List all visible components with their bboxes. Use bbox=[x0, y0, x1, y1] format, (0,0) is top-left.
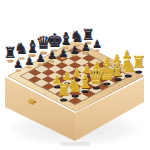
piece-glyph: ♟ bbox=[25, 56, 34, 68]
piece-black-pawn[interactable]: ♟ bbox=[47, 50, 56, 62]
piece-black-pawn[interactable]: ♟ bbox=[58, 47, 67, 59]
piece-black-pawn[interactable]: ♟ bbox=[81, 41, 90, 53]
piece-white-rook[interactable]: ♜ bbox=[57, 83, 72, 101]
piece-glyph: ♟ bbox=[70, 44, 79, 56]
watermark bbox=[60, 142, 90, 146]
chess-set-photo: ♜♞♝♛♚♝♞♜♟♟♟♟♟♟♟♟♟♟♟♟♟♟♟♟♜♞♝♛♚♝♞♜ bbox=[0, 0, 150, 150]
piece-black-pawn[interactable]: ♟ bbox=[92, 39, 101, 51]
piece-glyph: ♟ bbox=[58, 47, 67, 59]
piece-glyph: ♟ bbox=[36, 53, 45, 65]
piece-black-pawn[interactable]: ♟ bbox=[25, 56, 34, 68]
piece-glyph: ♟ bbox=[92, 39, 101, 51]
piece-glyph: ♟ bbox=[47, 50, 56, 62]
pieces-layer: ♜♞♝♛♚♝♞♜♟♟♟♟♟♟♟♟♟♟♟♟♟♟♟♟♜♞♝♛♚♝♞♜ bbox=[0, 0, 150, 150]
piece-glyph: ♟ bbox=[81, 41, 90, 53]
piece-black-pawn[interactable]: ♟ bbox=[36, 53, 45, 65]
piece-black-pawn[interactable]: ♟ bbox=[13, 59, 22, 71]
piece-glyph: ♟ bbox=[13, 59, 22, 71]
piece-glyph: ♜ bbox=[57, 83, 72, 101]
piece-black-pawn[interactable]: ♟ bbox=[70, 44, 79, 56]
